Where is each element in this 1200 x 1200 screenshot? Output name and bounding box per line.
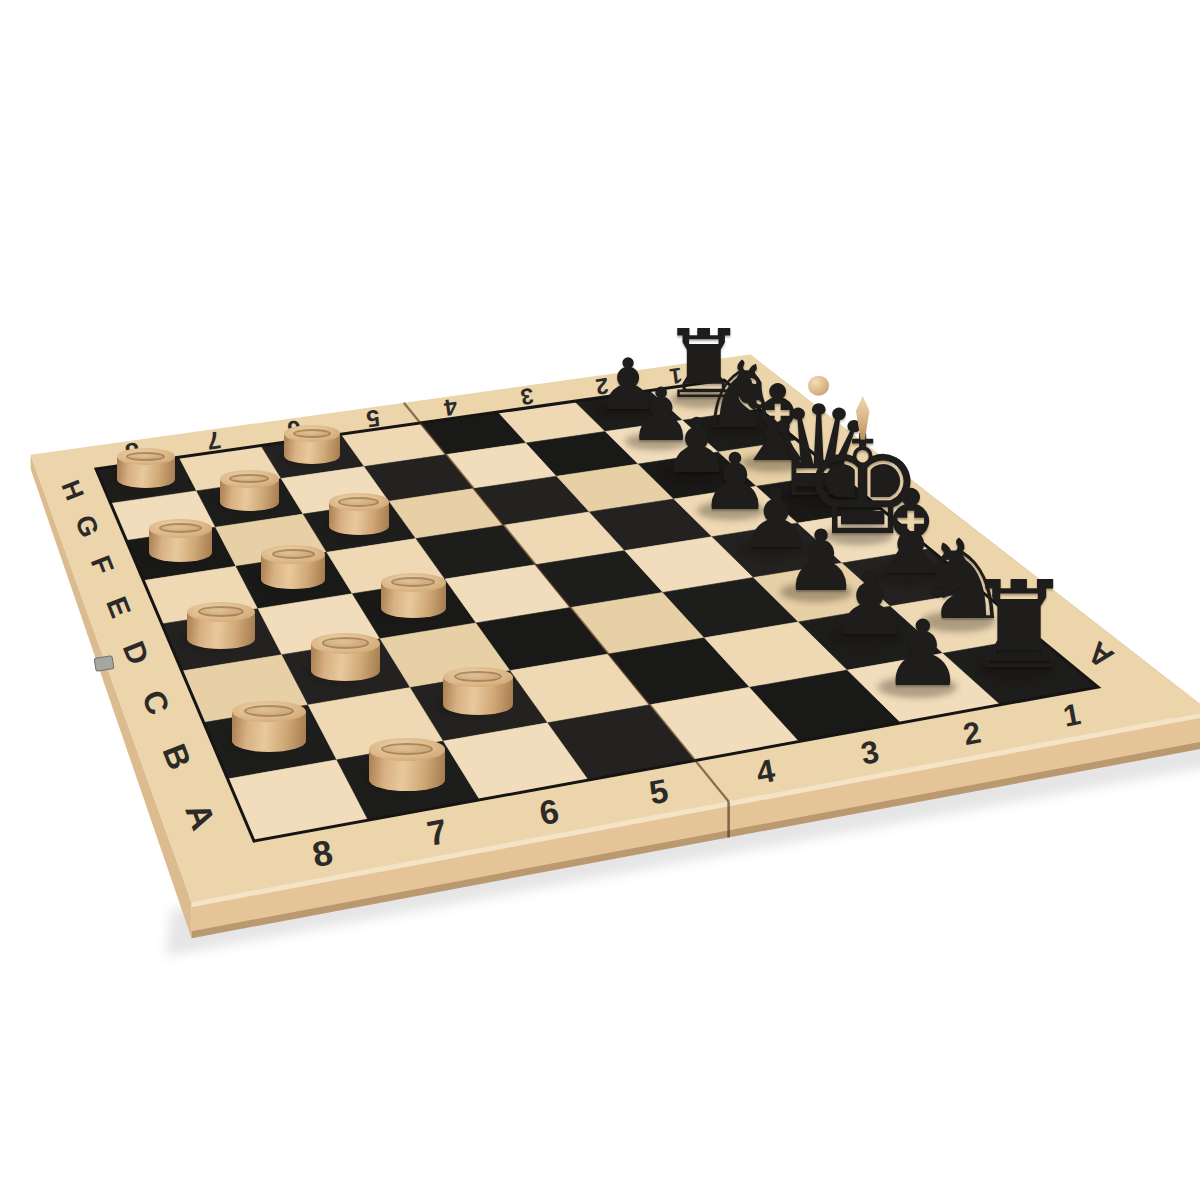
pieces-layer: ♜♟♞♟♝♟♛♟♚♟♝♟♞♟♜♟ xyxy=(0,0,1200,1200)
checker-c7[interactable] xyxy=(311,633,380,681)
checker-d8[interactable] xyxy=(187,602,255,649)
checker-top xyxy=(220,470,279,487)
checker-ring xyxy=(293,429,331,438)
checker-top xyxy=(284,425,340,442)
checker-f6[interactable] xyxy=(329,493,389,535)
checker-ring xyxy=(381,743,432,755)
checker-ring xyxy=(198,606,244,617)
checker-a7[interactable] xyxy=(369,738,444,790)
checker-e7[interactable] xyxy=(261,545,325,589)
checker-ring xyxy=(229,474,269,484)
product-photo-chess-checkers-board: 8765432187654321HGFEDCBAA ♜♟♞♟♝♟♛♟♚♟♝♟♞♟… xyxy=(0,0,1200,1200)
checker-ring xyxy=(322,637,369,648)
checker-h6[interactable] xyxy=(284,425,340,464)
checker-ring xyxy=(338,497,379,507)
checker-top xyxy=(261,545,325,564)
checker-top xyxy=(369,738,444,760)
rook-glyph: ♜ xyxy=(965,565,1073,685)
checker-d6[interactable] xyxy=(381,573,446,618)
checker-ring xyxy=(391,577,435,588)
checker-top xyxy=(329,493,389,511)
checker-b8[interactable] xyxy=(232,701,306,752)
checker-top xyxy=(381,573,446,592)
checker-g7[interactable] xyxy=(220,470,279,511)
checker-top xyxy=(187,602,255,622)
checker-h8[interactable] xyxy=(117,448,175,488)
checker-ring xyxy=(272,549,315,560)
checker-top xyxy=(149,519,212,537)
checker-ring xyxy=(244,705,294,717)
checker-b6[interactable] xyxy=(443,667,514,716)
checker-ring xyxy=(159,523,202,533)
checker-ring xyxy=(454,671,502,683)
pawn-glyph: ♟ xyxy=(882,608,964,699)
checker-f8[interactable] xyxy=(149,519,212,562)
checker-top xyxy=(443,667,514,688)
checker-ring xyxy=(126,452,166,462)
chess-piece-black-rook-a1[interactable]: ♜ xyxy=(965,565,1073,685)
chess-piece-black-pawn-a2[interactable]: ♟ xyxy=(882,608,964,699)
checker-top xyxy=(311,633,380,653)
